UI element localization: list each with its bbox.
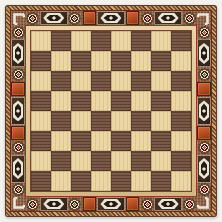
square-d4[interactable] xyxy=(91,111,111,131)
rosette-motif xyxy=(199,27,210,38)
square-d8[interactable] xyxy=(91,31,111,51)
rosette-motif xyxy=(27,13,38,24)
square-c8[interactable] xyxy=(71,31,91,51)
rosette-motif xyxy=(27,199,38,210)
rosette-motif xyxy=(199,69,210,80)
square-b3[interactable] xyxy=(51,131,71,151)
square-e3[interactable] xyxy=(111,131,131,151)
red-inlay xyxy=(83,11,96,25)
red-inlay xyxy=(197,126,211,140)
square-c4[interactable] xyxy=(71,111,91,131)
square-a6[interactable] xyxy=(31,71,51,91)
chessboard xyxy=(5,5,217,217)
rosette-motif xyxy=(69,199,80,210)
eye-motif xyxy=(198,98,210,124)
board-photo xyxy=(0,0,222,222)
square-b2[interactable] xyxy=(51,151,71,171)
square-b7[interactable] xyxy=(51,51,71,71)
red-inlay xyxy=(197,82,211,96)
square-a7[interactable] xyxy=(31,51,51,71)
square-f1[interactable] xyxy=(131,171,151,191)
square-h4[interactable] xyxy=(171,111,191,131)
red-inlay xyxy=(11,82,25,96)
border-right-motifs xyxy=(197,25,211,197)
square-g2[interactable] xyxy=(151,151,171,171)
rosette-motif xyxy=(199,184,210,195)
square-f7[interactable] xyxy=(131,51,151,71)
square-h3[interactable] xyxy=(171,131,191,151)
square-c3[interactable] xyxy=(71,131,91,151)
red-inlay xyxy=(11,126,25,140)
playing-area xyxy=(30,30,192,192)
square-e1[interactable] xyxy=(111,171,131,191)
square-d1[interactable] xyxy=(91,171,111,191)
eye-motif xyxy=(198,156,210,182)
square-c6[interactable] xyxy=(71,71,91,91)
rosette-motif xyxy=(13,184,24,195)
rosette-motif xyxy=(69,13,80,24)
square-f3[interactable] xyxy=(131,131,151,151)
square-e5[interactable] xyxy=(111,91,131,111)
square-c2[interactable] xyxy=(71,151,91,171)
square-c7[interactable] xyxy=(71,51,91,71)
square-f4[interactable] xyxy=(131,111,151,131)
eye-motif xyxy=(41,198,67,210)
eye-motif xyxy=(198,40,210,66)
square-g8[interactable] xyxy=(151,31,171,51)
corner-chevron-icon xyxy=(197,197,211,211)
square-h5[interactable] xyxy=(171,91,191,111)
rosette-motif xyxy=(13,27,24,38)
square-b1[interactable] xyxy=(51,171,71,191)
square-g4[interactable] xyxy=(151,111,171,131)
square-g5[interactable] xyxy=(151,91,171,111)
rosette-motif xyxy=(13,142,24,153)
rosette-motif xyxy=(142,13,153,24)
square-a4[interactable] xyxy=(31,111,51,131)
rosette-motif xyxy=(199,142,210,153)
square-g6[interactable] xyxy=(151,71,171,91)
square-a1[interactable] xyxy=(31,171,51,191)
eye-motif xyxy=(155,12,181,24)
corner-chevron-icon xyxy=(11,11,25,25)
rosette-motif xyxy=(13,69,24,80)
square-f8[interactable] xyxy=(131,31,151,51)
eye-motif xyxy=(98,12,124,24)
square-d3[interactable] xyxy=(91,131,111,151)
red-inlay xyxy=(126,11,139,25)
square-e6[interactable] xyxy=(111,71,131,91)
square-a5[interactable] xyxy=(31,91,51,111)
square-e4[interactable] xyxy=(111,111,131,131)
square-d5[interactable] xyxy=(91,91,111,111)
eye-motif xyxy=(12,98,24,124)
square-h2[interactable] xyxy=(171,151,191,171)
eye-motif xyxy=(41,12,67,24)
border-left-motifs xyxy=(11,25,25,197)
square-f2[interactable] xyxy=(131,151,151,171)
border-top-motifs xyxy=(25,11,197,25)
square-h1[interactable] xyxy=(171,171,191,191)
square-h6[interactable] xyxy=(171,71,191,91)
square-a3[interactable] xyxy=(31,131,51,151)
square-e8[interactable] xyxy=(111,31,131,51)
square-f6[interactable] xyxy=(131,71,151,91)
square-h7[interactable] xyxy=(171,51,191,71)
corner-chevron-icon xyxy=(11,197,25,211)
square-g1[interactable] xyxy=(151,171,171,191)
red-inlay xyxy=(126,197,139,211)
square-g3[interactable] xyxy=(151,131,171,151)
square-d2[interactable] xyxy=(91,151,111,171)
rosette-motif xyxy=(184,13,195,24)
square-d6[interactable] xyxy=(91,71,111,91)
eye-motif xyxy=(155,198,181,210)
square-h8[interactable] xyxy=(171,31,191,51)
rosette-motif xyxy=(184,199,195,210)
square-b4[interactable] xyxy=(51,111,71,131)
eye-motif xyxy=(12,40,24,66)
square-a8[interactable] xyxy=(31,31,51,51)
square-d7[interactable] xyxy=(91,51,111,71)
rosette-motif xyxy=(142,199,153,210)
square-f5[interactable] xyxy=(131,91,151,111)
square-b6[interactable] xyxy=(51,71,71,91)
square-g7[interactable] xyxy=(151,51,171,71)
square-c1[interactable] xyxy=(71,171,91,191)
square-c5[interactable] xyxy=(71,91,91,111)
corner-chevron-icon xyxy=(197,11,211,25)
eye-motif xyxy=(98,198,124,210)
square-b8[interactable] xyxy=(51,31,71,51)
square-e2[interactable] xyxy=(111,151,131,171)
square-a2[interactable] xyxy=(31,151,51,171)
square-b5[interactable] xyxy=(51,91,71,111)
eye-motif xyxy=(12,156,24,182)
square-e7[interactable] xyxy=(111,51,131,71)
border-bottom-motifs xyxy=(25,197,197,211)
red-inlay xyxy=(83,197,96,211)
